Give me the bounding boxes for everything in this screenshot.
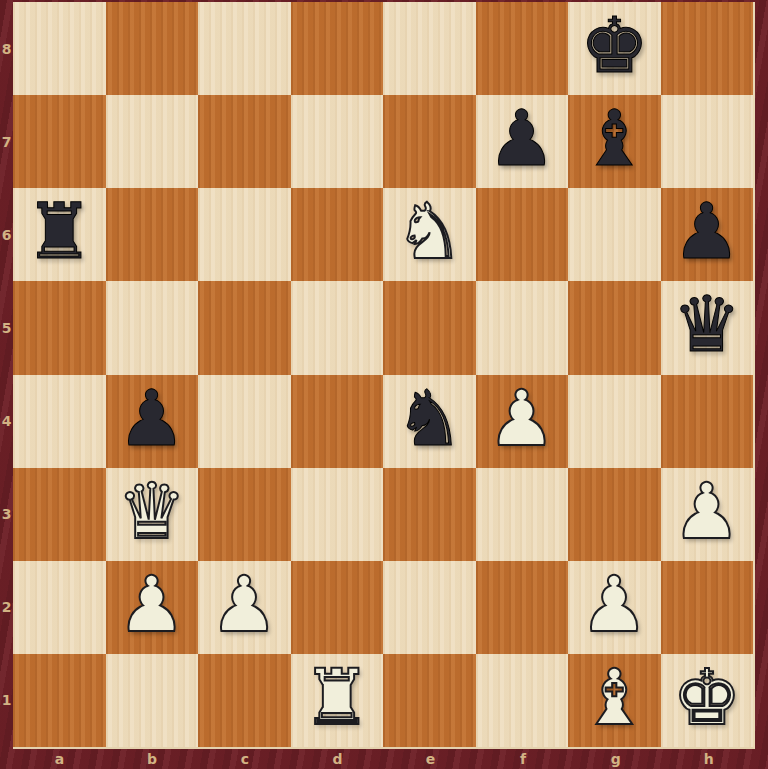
- square-f2[interactable]: [476, 561, 569, 654]
- rank-label-1: 1: [0, 654, 13, 747]
- square-g1[interactable]: ♝: [568, 654, 661, 747]
- square-e6[interactable]: ♞: [383, 188, 476, 281]
- square-h1[interactable]: ♚: [661, 654, 754, 747]
- rank-label-8: 8: [0, 2, 13, 95]
- rank-labels: 87654321: [0, 2, 13, 747]
- black-pawn[interactable]: ♟: [487, 100, 556, 177]
- square-d5[interactable]: [291, 281, 384, 374]
- square-h7[interactable]: [661, 95, 754, 188]
- square-f8[interactable]: [476, 2, 569, 95]
- square-a4[interactable]: [13, 375, 106, 468]
- white-pawn[interactable]: ♟: [580, 566, 649, 643]
- file-label-b: b: [106, 749, 199, 769]
- square-g3[interactable]: [568, 468, 661, 561]
- square-d8[interactable]: [291, 2, 384, 95]
- rank-label-5: 5: [0, 281, 13, 374]
- file-label-d: d: [291, 749, 384, 769]
- white-pawn[interactable]: ♟: [672, 473, 741, 550]
- square-h5[interactable]: ♛: [661, 281, 754, 374]
- rank-label-4: 4: [0, 375, 13, 468]
- square-c3[interactable]: [198, 468, 291, 561]
- square-d3[interactable]: [291, 468, 384, 561]
- square-e3[interactable]: [383, 468, 476, 561]
- square-g5[interactable]: [568, 281, 661, 374]
- square-d4[interactable]: [291, 375, 384, 468]
- square-d7[interactable]: [291, 95, 384, 188]
- black-pawn[interactable]: ♟: [117, 380, 186, 457]
- square-b1[interactable]: [106, 654, 199, 747]
- square-e5[interactable]: [383, 281, 476, 374]
- square-h4[interactable]: [661, 375, 754, 468]
- square-e7[interactable]: [383, 95, 476, 188]
- square-f6[interactable]: [476, 188, 569, 281]
- file-label-g: g: [570, 749, 663, 769]
- white-queen[interactable]: ♛: [117, 473, 186, 550]
- square-d2[interactable]: [291, 561, 384, 654]
- white-pawn[interactable]: ♟: [210, 566, 279, 643]
- black-knight[interactable]: ♞: [395, 380, 464, 457]
- square-b4[interactable]: ♟: [106, 375, 199, 468]
- black-queen[interactable]: ♛: [672, 286, 741, 363]
- white-pawn[interactable]: ♟: [487, 380, 556, 457]
- rank-label-2: 2: [0, 561, 13, 654]
- black-king[interactable]: ♚: [580, 7, 649, 84]
- square-h3[interactable]: ♟: [661, 468, 754, 561]
- square-a7[interactable]: [13, 95, 106, 188]
- square-c1[interactable]: [198, 654, 291, 747]
- square-g7[interactable]: ♝: [568, 95, 661, 188]
- square-f5[interactable]: [476, 281, 569, 374]
- square-g2[interactable]: ♟: [568, 561, 661, 654]
- square-f7[interactable]: ♟: [476, 95, 569, 188]
- chess-board: ♚♟♝♜♞♟♛♟♞♟♛♟♟♟♟♜♝♚: [13, 2, 755, 749]
- square-h8[interactable]: [661, 2, 754, 95]
- square-g4[interactable]: [568, 375, 661, 468]
- square-a2[interactable]: [13, 561, 106, 654]
- square-e8[interactable]: [383, 2, 476, 95]
- file-label-a: a: [13, 749, 106, 769]
- square-b5[interactable]: [106, 281, 199, 374]
- square-b2[interactable]: ♟: [106, 561, 199, 654]
- file-label-e: e: [384, 749, 477, 769]
- square-b7[interactable]: [106, 95, 199, 188]
- black-pawn[interactable]: ♟: [672, 193, 741, 270]
- square-a1[interactable]: [13, 654, 106, 747]
- black-bishop[interactable]: ♝: [580, 100, 649, 177]
- white-knight[interactable]: ♞: [395, 193, 464, 270]
- square-b3[interactable]: ♛: [106, 468, 199, 561]
- rank-label-3: 3: [0, 468, 13, 561]
- square-a5[interactable]: [13, 281, 106, 374]
- square-d1[interactable]: ♜: [291, 654, 384, 747]
- rank-label-6: 6: [0, 188, 13, 281]
- file-label-h: h: [662, 749, 755, 769]
- square-a8[interactable]: [13, 2, 106, 95]
- rank-label-7: 7: [0, 95, 13, 188]
- square-f4[interactable]: ♟: [476, 375, 569, 468]
- white-king[interactable]: ♚: [672, 659, 741, 736]
- square-h2[interactable]: [661, 561, 754, 654]
- square-f1[interactable]: [476, 654, 569, 747]
- square-a6[interactable]: ♜: [13, 188, 106, 281]
- square-e1[interactable]: [383, 654, 476, 747]
- square-c2[interactable]: ♟: [198, 561, 291, 654]
- square-d6[interactable]: [291, 188, 384, 281]
- square-c5[interactable]: [198, 281, 291, 374]
- square-b8[interactable]: [106, 2, 199, 95]
- square-a3[interactable]: [13, 468, 106, 561]
- square-c4[interactable]: [198, 375, 291, 468]
- square-g8[interactable]: ♚: [568, 2, 661, 95]
- square-h6[interactable]: ♟: [661, 188, 754, 281]
- white-bishop[interactable]: ♝: [580, 659, 649, 736]
- square-e4[interactable]: ♞: [383, 375, 476, 468]
- white-pawn[interactable]: ♟: [117, 566, 186, 643]
- square-c8[interactable]: [198, 2, 291, 95]
- chess-board-frame: ♚♟♝♜♞♟♛♟♞♟♛♟♟♟♟♜♝♚ 87654321 abcdefgh: [0, 0, 768, 769]
- file-label-f: f: [477, 749, 570, 769]
- black-rook[interactable]: ♜: [25, 193, 94, 270]
- square-g6[interactable]: [568, 188, 661, 281]
- white-rook[interactable]: ♜: [302, 659, 371, 736]
- square-c6[interactable]: [198, 188, 291, 281]
- square-f3[interactable]: [476, 468, 569, 561]
- square-e2[interactable]: [383, 561, 476, 654]
- square-b6[interactable]: [106, 188, 199, 281]
- file-labels: abcdefgh: [13, 749, 755, 769]
- file-label-c: c: [199, 749, 292, 769]
- square-c7[interactable]: [198, 95, 291, 188]
